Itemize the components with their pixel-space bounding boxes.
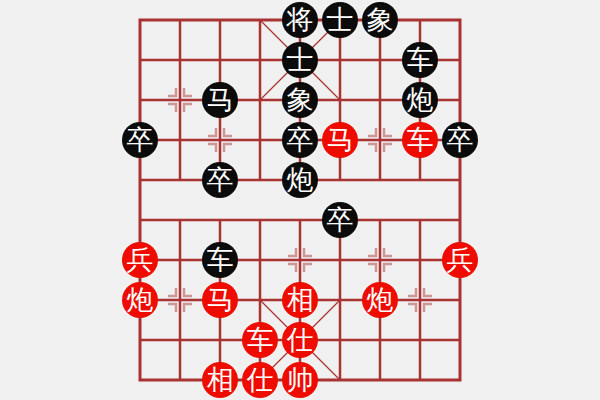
xiangqi-board: 将士象士车马象炮卒卒卒卒炮卒车马车兵兵炮马相炮车仕相仕帅	[0, 0, 600, 400]
piece-black-chariot[interactable]: 车	[402, 42, 438, 78]
piece-red-cannon[interactable]: 炮	[122, 282, 158, 318]
piece-black-soldier[interactable]: 卒	[202, 162, 238, 198]
piece-red-elephant[interactable]: 相	[202, 362, 238, 398]
piece-black-soldier[interactable]: 卒	[322, 202, 358, 238]
piece-black-chariot[interactable]: 车	[202, 242, 238, 278]
piece-black-horse[interactable]: 马	[202, 82, 238, 118]
piece-red-chariot[interactable]: 车	[402, 122, 438, 158]
piece-black-cannon[interactable]: 炮	[402, 82, 438, 118]
piece-red-chariot[interactable]: 车	[242, 322, 278, 358]
piece-red-horse[interactable]: 马	[322, 122, 358, 158]
piece-black-advisor[interactable]: 士	[282, 42, 318, 78]
piece-black-elephant[interactable]: 象	[362, 2, 398, 38]
piece-red-horse[interactable]: 马	[202, 282, 238, 318]
piece-red-elephant[interactable]: 相	[282, 282, 318, 318]
piece-red-cannon[interactable]: 炮	[362, 282, 398, 318]
piece-red-general[interactable]: 帅	[282, 362, 318, 398]
piece-black-soldier[interactable]: 卒	[122, 122, 158, 158]
piece-black-soldier[interactable]: 卒	[282, 122, 318, 158]
piece-black-elephant[interactable]: 象	[282, 82, 318, 118]
piece-red-advisor[interactable]: 仕	[242, 362, 278, 398]
piece-red-soldier[interactable]: 兵	[122, 242, 158, 278]
pieces-layer: 将士象士车马象炮卒卒卒卒炮卒车马车兵兵炮马相炮车仕相仕帅	[0, 0, 600, 400]
piece-red-soldier[interactable]: 兵	[442, 242, 478, 278]
piece-black-soldier[interactable]: 卒	[442, 122, 478, 158]
piece-black-cannon[interactable]: 炮	[282, 162, 318, 198]
piece-black-advisor[interactable]: 士	[322, 2, 358, 38]
piece-black-general[interactable]: 将	[282, 2, 318, 38]
piece-red-advisor[interactable]: 仕	[282, 322, 318, 358]
